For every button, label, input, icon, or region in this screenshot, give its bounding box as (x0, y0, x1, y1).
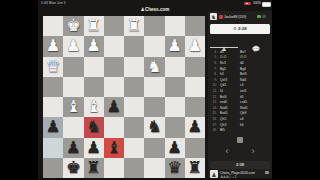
black-queen: ♛ (167, 158, 182, 178)
square-h3[interactable]: ♛ (43, 57, 63, 77)
black-move[interactable]: Bg4 (240, 67, 260, 71)
move-number[interactable]: 8. (208, 72, 217, 76)
black-move[interactable]: d6 (240, 61, 260, 65)
white-pawn: ♟ (86, 36, 101, 56)
opponent-clock: ⏱2:28 (210, 24, 270, 34)
black-move[interactable]: h6 (240, 123, 260, 127)
black-move[interactable]: Be7 (240, 50, 260, 54)
white-move[interactable]: f4 (220, 89, 240, 93)
square-g8[interactable]: ♚ (63, 158, 83, 178)
white-pawn: ♟ (46, 36, 61, 56)
opponent-badge-icon (219, 15, 223, 19)
square-f3[interactable] (84, 57, 104, 77)
white-pawn: ♟ (167, 36, 182, 56)
tab-chat[interactable]: 💬 (240, 37, 272, 47)
square-h8[interactable] (43, 158, 63, 178)
white-move[interactable]: Qd1 (220, 83, 240, 87)
white-pawn: ♟ (66, 36, 81, 56)
chess-board[interactable]: ♚♜♜♟♟♟♟♟♛♞♝♝♟♟♞♞♟♟♟♝♟♚♜♛♜ (43, 16, 205, 178)
square-c6[interactable]: ♞ (144, 117, 164, 137)
square-h4[interactable] (43, 77, 63, 97)
square-g3[interactable] (63, 57, 83, 77)
square-a7[interactable] (185, 138, 205, 158)
white-rook: ♜ (86, 16, 101, 36)
square-c4[interactable] (144, 77, 164, 97)
white-move[interactable]: d3 (220, 50, 240, 54)
opponent-name[interactable]: Jackie88 (519) (224, 15, 246, 19)
square-d8[interactable] (124, 158, 144, 178)
square-b4[interactable] (165, 77, 185, 97)
black-move[interactable]: c6 (240, 83, 260, 87)
white-move[interactable]: Bf5 (220, 128, 240, 132)
white-move[interactable]: Bxd5 (220, 111, 240, 115)
black-move[interactable]: cxd5 (240, 100, 260, 104)
black-pawn: ♟ (66, 138, 81, 158)
square-b6[interactable] (165, 117, 185, 137)
white-move[interactable]: Nc3 (220, 61, 240, 65)
white-move[interactable]: Qh3 (220, 123, 240, 127)
move-list: 4.d3Be75.O-OO-O6.Nc3d67.Bg5Bg48.h3Bxf39.… (208, 49, 272, 133)
white-move[interactable]: Bg5 (220, 67, 240, 71)
square-g2[interactable]: ♟ (63, 36, 83, 56)
square-a6[interactable]: ♟ (185, 117, 205, 137)
square-f8[interactable]: ♜ (84, 158, 104, 178)
square-e3[interactable] (104, 57, 124, 77)
black-move[interactable]: Nxd5 (240, 106, 260, 110)
square-f5[interactable]: ♝ (84, 97, 104, 117)
opponent-clock-time: 2:28 (238, 26, 247, 31)
chess-app-window: 1:43 Mon Jun 5 100% ♟Chess.com ♚♜♜♟♟♟♟♟♛… (38, 0, 272, 180)
move-number[interactable]: 12. (208, 95, 217, 99)
white-bishop: ♝ (86, 97, 101, 117)
square-f6[interactable]: ♞ (84, 117, 104, 137)
black-pawn: ♟ (46, 117, 61, 137)
black-king: ♚ (66, 158, 81, 178)
white-move[interactable]: Bxf4 (220, 95, 240, 99)
square-g5[interactable]: ♝ (63, 97, 83, 117)
letterbox-right (272, 0, 320, 180)
square-d4[interactable] (124, 77, 144, 97)
white-king: ♚ (66, 16, 81, 36)
square-c3[interactable]: ♞ (144, 57, 164, 77)
move-number[interactable]: 13. (208, 100, 217, 104)
black-knight: ♞ (86, 117, 101, 137)
black-pawn: ♟ (106, 97, 121, 117)
move-number[interactable]: 4. (208, 50, 217, 54)
square-g7[interactable]: ♟ (63, 138, 83, 158)
black-move[interactable]: d5 (240, 95, 260, 99)
back-arrow-button[interactable]: ‹ (220, 145, 234, 157)
white-queen: ♛ (46, 57, 61, 77)
clock-icon: ⏱ (233, 26, 236, 31)
square-d6[interactable] (124, 117, 144, 137)
square-h2[interactable]: ♟ (43, 36, 63, 56)
square-c2[interactable] (144, 36, 164, 56)
move-number[interactable]: 11. (208, 89, 217, 93)
opponent-status-icon (262, 15, 266, 19)
battery-percent: 100% (253, 1, 261, 5)
move-number[interactable]: 7. (208, 67, 217, 71)
opponent-player-row[interactable]: ♞ Jackie88 (519) (209, 13, 271, 22)
move-row[interactable]: 18.Bf5 (208, 127, 272, 133)
player-name[interactable]: Chess_Player2020.com (220, 171, 255, 175)
black-move[interactable]: exf4 (240, 89, 260, 93)
game-side-panel: ♞ Jackie88 (519) ⏱2:28 ♟ 💬 4.d3Be75.O-OO… (208, 11, 272, 180)
black-rook: ♜ (86, 158, 101, 178)
square-b3[interactable] (165, 57, 185, 77)
opponent-avatar[interactable]: ♞ (210, 13, 217, 20)
white-move[interactable]: Qh5 (220, 117, 240, 121)
black-move[interactable]: Nd4 (240, 78, 260, 82)
square-h5[interactable] (43, 97, 63, 117)
square-g4[interactable] (63, 77, 83, 97)
forward-arrow-button[interactable]: › (246, 145, 260, 157)
black-pawn: ♟ (167, 138, 182, 158)
move-number[interactable]: 15. (208, 111, 217, 115)
square-c5[interactable] (144, 97, 164, 117)
square-d2[interactable] (124, 36, 144, 56)
white-pawn: ♟ (187, 36, 202, 56)
panel-tabs: ♟ 💬 (208, 37, 272, 47)
square-e1[interactable] (104, 16, 124, 36)
white-knight: ♞ (147, 57, 162, 77)
black-rook: ♜ (187, 158, 202, 178)
white-move[interactable]: Qxf3 (220, 78, 240, 82)
white-move[interactable]: exd5 (220, 100, 240, 104)
black-pawn: ♟ (187, 117, 202, 137)
square-a5[interactable] (185, 97, 205, 117)
square-d1[interactable]: ♜ (124, 16, 144, 36)
tab-moves[interactable]: ♟ (208, 37, 240, 47)
recording-indicator-icon[interactable] (244, 2, 251, 6)
move-number[interactable]: 17. (208, 123, 217, 127)
active-tab-underline (210, 47, 238, 48)
square-g1[interactable]: ♚ (63, 16, 83, 36)
square-a2[interactable]: ♟ (185, 36, 205, 56)
square-e2[interactable] (104, 36, 124, 56)
square-a4[interactable] (185, 77, 205, 97)
move-number[interactable]: 5. (208, 55, 217, 59)
square-h1[interactable] (43, 16, 63, 36)
move-number[interactable]: 6. (208, 61, 217, 65)
square-d7[interactable] (124, 138, 144, 158)
white-move[interactable]: Nxd5 (220, 106, 240, 110)
square-b7[interactable]: ♟ (165, 138, 185, 158)
square-c1[interactable] (144, 16, 164, 36)
square-e7[interactable]: ♝ (104, 138, 124, 158)
black-move[interactable]: Bxf3 (240, 72, 260, 76)
square-f4[interactable] (84, 77, 104, 97)
square-e6[interactable] (104, 117, 124, 137)
square-b8[interactable]: ♛ (165, 158, 185, 178)
square-f7[interactable]: ♟ (84, 138, 104, 158)
square-a3[interactable] (185, 57, 205, 77)
logo-text: Chess.com (145, 7, 170, 12)
square-f1[interactable]: ♜ (84, 16, 104, 36)
square-d3[interactable] (124, 57, 144, 77)
square-h6[interactable]: ♟ (43, 117, 63, 137)
black-knight: ♞ (147, 117, 162, 137)
black-move[interactable]: O-O (240, 55, 260, 59)
square-b1[interactable] (165, 16, 185, 36)
move-number[interactable]: 18. (208, 128, 217, 132)
square-e8[interactable] (104, 158, 124, 178)
square-a8[interactable]: ♜ (185, 158, 205, 178)
square-e4[interactable] (104, 77, 124, 97)
square-f2[interactable]: ♟ (84, 36, 104, 56)
white-bishop: ♝ (66, 97, 81, 117)
move-number[interactable]: 10. (208, 83, 217, 87)
player-flag-icon (265, 171, 269, 174)
opponent-flag-icon (257, 15, 261, 19)
white-rook: ♜ (127, 16, 142, 36)
clock-date-text: 1:43 Mon Jun 5 (41, 1, 66, 5)
square-b5[interactable] (165, 97, 185, 117)
player-avatar[interactable]: ♟ (210, 170, 218, 178)
move-number[interactable]: 16. (208, 117, 217, 121)
letterbox-left (0, 0, 38, 180)
move-number[interactable]: 14. (208, 106, 217, 110)
move-number[interactable]: 9. (208, 78, 217, 82)
square-c7[interactable] (144, 138, 164, 158)
square-g6[interactable] (63, 117, 83, 137)
square-a1[interactable] (185, 16, 205, 36)
bottom-strip (38, 178, 272, 180)
white-move[interactable]: O-O (220, 55, 240, 59)
board-preview-icon[interactable] (237, 137, 243, 143)
square-h7[interactable] (43, 138, 63, 158)
black-move[interactable]: Qb8 (240, 111, 260, 115)
player-clock: 2:08 (210, 161, 270, 169)
square-c8[interactable] (144, 158, 164, 178)
square-b2[interactable]: ♟ (165, 36, 185, 56)
black-bishop: ♝ (106, 138, 121, 158)
player-clock-time: 2:08 (236, 162, 244, 167)
square-e5[interactable]: ♟ (104, 97, 124, 117)
black-move[interactable]: a6 (240, 117, 260, 121)
white-move[interactable]: h3 (220, 72, 240, 76)
black-pawn: ♟ (86, 138, 101, 158)
square-d5[interactable] (124, 97, 144, 117)
